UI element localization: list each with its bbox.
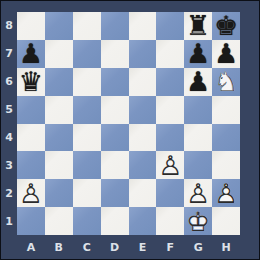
square-c3[interactable] <box>73 151 101 179</box>
file-label-g: G <box>184 235 212 259</box>
square-a8[interactable] <box>17 12 45 40</box>
white-knight-outline: ♘ <box>212 68 240 96</box>
rank-label-3: 3 <box>1 151 17 179</box>
square-a4[interactable] <box>17 124 45 152</box>
square-h7[interactable]: ♟ <box>212 40 240 68</box>
square-h8[interactable]: ♚ <box>212 12 240 40</box>
square-h1[interactable] <box>212 207 240 235</box>
black-queen-glyph: ♛ <box>17 68 45 96</box>
square-c7[interactable] <box>73 40 101 68</box>
square-f7[interactable] <box>156 40 184 68</box>
rank-label-6: 6 <box>1 68 17 96</box>
square-d3[interactable] <box>101 151 129 179</box>
white-pawn-outline: ♙ <box>17 179 45 207</box>
square-h5[interactable] <box>212 96 240 124</box>
square-f4[interactable] <box>156 124 184 152</box>
square-d4[interactable] <box>101 124 129 152</box>
square-e5[interactable] <box>129 96 157 124</box>
square-f3[interactable]: ♟♙ <box>156 151 184 179</box>
square-g5[interactable] <box>184 96 212 124</box>
square-d1[interactable] <box>101 207 129 235</box>
black-queen[interactable]: ♛ <box>17 68 45 96</box>
square-g1[interactable]: ♚♔ <box>184 207 212 235</box>
square-h4[interactable] <box>212 124 240 152</box>
square-b6[interactable] <box>45 68 73 96</box>
square-e3[interactable] <box>129 151 157 179</box>
file-label-e: E <box>129 235 157 259</box>
square-c5[interactable] <box>73 96 101 124</box>
square-c4[interactable] <box>73 124 101 152</box>
black-pawn[interactable]: ♟ <box>184 68 212 96</box>
file-label-b: B <box>45 235 73 259</box>
white-pawn-outline: ♙ <box>156 151 184 179</box>
rank-label-7: 7 <box>1 40 17 68</box>
black-rook[interactable]: ♜ <box>184 12 212 40</box>
white-pawn[interactable]: ♟♙ <box>17 179 45 207</box>
black-pawn[interactable]: ♟ <box>212 40 240 68</box>
square-e1[interactable] <box>129 207 157 235</box>
square-c6[interactable] <box>73 68 101 96</box>
square-f2[interactable] <box>156 179 184 207</box>
white-pawn-outline: ♙ <box>212 179 240 207</box>
square-b4[interactable] <box>45 124 73 152</box>
black-pawn[interactable]: ♟ <box>184 40 212 68</box>
white-pawn[interactable]: ♟♙ <box>184 179 212 207</box>
square-b5[interactable] <box>45 96 73 124</box>
file-label-h: H <box>212 235 240 259</box>
rank-label-5: 5 <box>1 96 17 124</box>
chess-puzzle-diagram: 87654321 ♜♚♟♟♟♛♟♞♘♟♙♟♙♟♙♟♙♚♔ ABCDEFGH <box>0 0 260 260</box>
square-e7[interactable] <box>129 40 157 68</box>
square-a3[interactable] <box>17 151 45 179</box>
rank-labels: 87654321 <box>1 12 17 235</box>
square-e6[interactable] <box>129 68 157 96</box>
square-d7[interactable] <box>101 40 129 68</box>
square-g4[interactable] <box>184 124 212 152</box>
square-a6[interactable]: ♛ <box>17 68 45 96</box>
square-b2[interactable] <box>45 179 73 207</box>
black-rook-glyph: ♜ <box>184 12 212 40</box>
square-a7[interactable]: ♟ <box>17 40 45 68</box>
square-g7[interactable]: ♟ <box>184 40 212 68</box>
square-g3[interactable] <box>184 151 212 179</box>
black-pawn[interactable]: ♟ <box>17 40 45 68</box>
white-king[interactable]: ♚♔ <box>184 207 212 235</box>
rank-label-1: 1 <box>1 207 17 235</box>
black-pawn-glyph: ♟ <box>184 68 212 96</box>
black-pawn-glyph: ♟ <box>212 40 240 68</box>
square-e8[interactable] <box>129 12 157 40</box>
square-e2[interactable] <box>129 179 157 207</box>
square-f8[interactable] <box>156 12 184 40</box>
square-b8[interactable] <box>45 12 73 40</box>
file-label-d: D <box>101 235 129 259</box>
square-h6[interactable]: ♞♘ <box>212 68 240 96</box>
file-labels: ABCDEFGH <box>17 235 240 259</box>
square-b7[interactable] <box>45 40 73 68</box>
square-a1[interactable] <box>17 207 45 235</box>
square-a2[interactable]: ♟♙ <box>17 179 45 207</box>
square-c2[interactable] <box>73 179 101 207</box>
white-pawn-outline: ♙ <box>184 179 212 207</box>
square-b3[interactable] <box>45 151 73 179</box>
black-king-glyph: ♚ <box>212 12 240 40</box>
square-d8[interactable] <box>101 12 129 40</box>
chess-board: ♜♚♟♟♟♛♟♞♘♟♙♟♙♟♙♟♙♚♔ <box>17 12 240 235</box>
square-b1[interactable] <box>45 207 73 235</box>
file-label-a: A <box>17 235 45 259</box>
square-d6[interactable] <box>101 68 129 96</box>
square-c1[interactable] <box>73 207 101 235</box>
square-g8[interactable]: ♜ <box>184 12 212 40</box>
square-a5[interactable] <box>17 96 45 124</box>
white-pawn[interactable]: ♟♙ <box>212 179 240 207</box>
white-pawn[interactable]: ♟♙ <box>156 151 184 179</box>
white-king-outline: ♔ <box>184 207 212 235</box>
square-f6[interactable] <box>156 68 184 96</box>
square-d2[interactable] <box>101 179 129 207</box>
square-d5[interactable] <box>101 96 129 124</box>
square-h2[interactable]: ♟♙ <box>212 179 240 207</box>
white-knight[interactable]: ♞♘ <box>212 68 240 96</box>
square-c8[interactable] <box>73 12 101 40</box>
square-g2[interactable]: ♟♙ <box>184 179 212 207</box>
square-h3[interactable] <box>212 151 240 179</box>
square-e4[interactable] <box>129 124 157 152</box>
rank-label-2: 2 <box>1 179 17 207</box>
black-pawn-glyph: ♟ <box>184 40 212 68</box>
rank-label-4: 4 <box>1 124 17 152</box>
square-g6[interactable]: ♟ <box>184 68 212 96</box>
file-label-c: C <box>73 235 101 259</box>
square-f5[interactable] <box>156 96 184 124</box>
rank-label-8: 8 <box>1 12 17 40</box>
square-f1[interactable] <box>156 207 184 235</box>
black-king[interactable]: ♚ <box>212 12 240 40</box>
file-label-f: F <box>156 235 184 259</box>
black-pawn-glyph: ♟ <box>17 40 45 68</box>
